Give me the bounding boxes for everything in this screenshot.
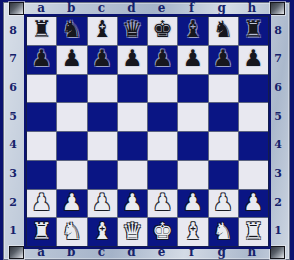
file-label-b: b <box>56 1 86 15</box>
square-e2[interactable]: ♟ <box>148 190 177 218</box>
square-b6[interactable] <box>57 75 86 103</box>
rank-label-4: 4 <box>268 131 288 160</box>
piece-black-king: ♚ <box>152 18 173 41</box>
square-e7[interactable]: ♟ <box>148 46 177 74</box>
square-c4[interactable] <box>88 132 117 160</box>
square-g7[interactable]: ♟ <box>209 46 238 74</box>
piece-black-knight: ♞ <box>213 18 234 41</box>
square-g1[interactable]: ♞ <box>209 218 238 246</box>
chess-board: ♜♞♝♛♚♝♞♜♟♟♟♟♟♟♟♟♟♟♟♟♟♟♟♟♜♞♝♛♚♝♞♜ <box>26 16 269 247</box>
rank-label-8: 8 <box>3 16 23 45</box>
file-label-g: g <box>207 245 237 259</box>
square-a3[interactable] <box>27 161 56 189</box>
rank-label-6: 6 <box>3 73 23 102</box>
piece-black-pawn: ♟ <box>243 47 264 70</box>
square-g3[interactable] <box>209 161 238 189</box>
square-h4[interactable] <box>239 132 268 160</box>
square-f8[interactable]: ♝ <box>178 17 207 45</box>
square-h5[interactable] <box>239 103 268 131</box>
piece-white-rook: ♜ <box>243 220 264 243</box>
square-c2[interactable]: ♟ <box>88 190 117 218</box>
square-a7[interactable]: ♟ <box>27 46 56 74</box>
square-b7[interactable]: ♟ <box>57 46 86 74</box>
piece-white-king: ♚ <box>152 220 173 243</box>
piece-black-rook: ♜ <box>243 18 264 41</box>
piece-black-pawn: ♟ <box>183 47 204 70</box>
piece-black-rook: ♜ <box>31 18 52 41</box>
square-d4[interactable] <box>118 132 147 160</box>
piece-white-pawn: ♟ <box>62 191 83 214</box>
square-e8[interactable]: ♚ <box>148 17 177 45</box>
piece-white-pawn: ♟ <box>92 191 113 214</box>
square-b8[interactable]: ♞ <box>57 17 86 45</box>
rank-label-2: 2 <box>3 188 23 217</box>
corner-icon-bottom-left <box>9 246 24 259</box>
square-e5[interactable] <box>148 103 177 131</box>
piece-black-bishop: ♝ <box>92 18 113 41</box>
piece-white-pawn: ♟ <box>183 191 204 214</box>
piece-black-pawn: ♟ <box>31 47 52 70</box>
square-c1[interactable]: ♝ <box>88 218 117 246</box>
rank-labels-left: 87654321 <box>3 16 23 245</box>
square-h1[interactable]: ♜ <box>239 218 268 246</box>
file-labels-top: abcdefgh <box>26 1 267 14</box>
file-label-d: d <box>116 245 146 259</box>
file-label-f: f <box>177 1 207 15</box>
square-d3[interactable] <box>118 161 147 189</box>
piece-black-pawn: ♟ <box>62 47 83 70</box>
square-d6[interactable] <box>118 75 147 103</box>
piece-white-knight: ♞ <box>62 220 83 243</box>
square-h8[interactable]: ♜ <box>239 17 268 45</box>
rank-labels-right: 87654321 <box>268 16 288 245</box>
square-a5[interactable] <box>27 103 56 131</box>
rank-label-2: 2 <box>268 188 288 217</box>
square-d5[interactable] <box>118 103 147 131</box>
corner-icon-top-left <box>9 2 24 15</box>
square-g4[interactable] <box>209 132 238 160</box>
file-label-e: e <box>147 1 177 15</box>
piece-black-pawn: ♟ <box>152 47 173 70</box>
square-e1[interactable]: ♚ <box>148 218 177 246</box>
file-label-h: h <box>237 1 267 15</box>
piece-white-pawn: ♟ <box>213 191 234 214</box>
piece-white-rook: ♜ <box>31 220 52 243</box>
square-e4[interactable] <box>148 132 177 160</box>
rank-label-5: 5 <box>268 102 288 131</box>
square-b4[interactable] <box>57 132 86 160</box>
square-c7[interactable]: ♟ <box>88 46 117 74</box>
square-g5[interactable] <box>209 103 238 131</box>
piece-black-pawn: ♟ <box>92 47 113 70</box>
square-b5[interactable] <box>57 103 86 131</box>
square-f7[interactable]: ♟ <box>178 46 207 74</box>
file-label-a: a <box>26 245 56 259</box>
square-a8[interactable]: ♜ <box>27 17 56 45</box>
square-c6[interactable] <box>88 75 117 103</box>
file-label-c: c <box>86 1 116 15</box>
square-h6[interactable] <box>239 75 268 103</box>
rank-label-1: 1 <box>268 216 288 245</box>
rank-label-5: 5 <box>3 102 23 131</box>
rank-label-8: 8 <box>268 16 288 45</box>
square-a2[interactable]: ♟ <box>27 190 56 218</box>
piece-white-bishop: ♝ <box>92 220 113 243</box>
square-g8[interactable]: ♞ <box>209 17 238 45</box>
corner-icon-bottom-right <box>270 246 285 259</box>
rank-label-7: 7 <box>268 45 288 74</box>
piece-white-pawn: ♟ <box>243 191 264 214</box>
file-label-h: h <box>237 245 267 259</box>
square-g2[interactable]: ♟ <box>209 190 238 218</box>
square-h3[interactable] <box>239 161 268 189</box>
square-e3[interactable] <box>148 161 177 189</box>
square-b1[interactable]: ♞ <box>57 218 86 246</box>
piece-black-pawn: ♟ <box>213 47 234 70</box>
square-g6[interactable] <box>209 75 238 103</box>
rank-label-3: 3 <box>268 159 288 188</box>
file-label-e: e <box>147 245 177 259</box>
corner-icon-top-right <box>270 2 285 15</box>
piece-black-bishop: ♝ <box>183 18 204 41</box>
rank-label-6: 6 <box>268 73 288 102</box>
file-label-b: b <box>56 245 86 259</box>
square-d2[interactable]: ♟ <box>118 190 147 218</box>
square-c3[interactable] <box>88 161 117 189</box>
piece-white-knight: ♞ <box>213 220 234 243</box>
piece-white-pawn: ♟ <box>31 191 52 214</box>
square-c5[interactable] <box>88 103 117 131</box>
square-d8[interactable]: ♛ <box>118 17 147 45</box>
file-label-a: a <box>26 1 56 15</box>
square-b2[interactable]: ♟ <box>57 190 86 218</box>
rank-label-4: 4 <box>3 131 23 160</box>
square-f6[interactable] <box>178 75 207 103</box>
rank-label-7: 7 <box>3 45 23 74</box>
file-label-c: c <box>86 245 116 259</box>
square-f1[interactable]: ♝ <box>178 218 207 246</box>
rank-label-1: 1 <box>3 216 23 245</box>
piece-white-pawn: ♟ <box>152 191 173 214</box>
square-a4[interactable] <box>27 132 56 160</box>
square-f5[interactable] <box>178 103 207 131</box>
piece-white-pawn: ♟ <box>122 191 143 214</box>
square-h7[interactable]: ♟ <box>239 46 268 74</box>
square-c8[interactable]: ♝ <box>88 17 117 45</box>
piece-black-knight: ♞ <box>62 18 83 41</box>
square-d1[interactable]: ♛ <box>118 218 147 246</box>
square-f4[interactable] <box>178 132 207 160</box>
piece-black-queen: ♛ <box>122 18 143 41</box>
square-b3[interactable] <box>57 161 86 189</box>
piece-black-pawn: ♟ <box>122 47 143 70</box>
square-h2[interactable]: ♟ <box>239 190 268 218</box>
square-a1[interactable]: ♜ <box>27 218 56 246</box>
square-e6[interactable] <box>148 75 177 103</box>
square-f2[interactable]: ♟ <box>178 190 207 218</box>
piece-white-queen: ♛ <box>122 220 143 243</box>
square-f3[interactable] <box>178 161 207 189</box>
file-label-g: g <box>207 1 237 15</box>
file-label-f: f <box>177 245 207 259</box>
square-a6[interactable] <box>27 75 56 103</box>
chess-board-window: abcdefgh abcdefgh 87654321 87654321 ♜♞♝♛… <box>0 0 294 260</box>
file-label-d: d <box>116 1 146 15</box>
rank-label-3: 3 <box>3 159 23 188</box>
square-d7[interactable]: ♟ <box>118 46 147 74</box>
piece-white-bishop: ♝ <box>183 220 204 243</box>
